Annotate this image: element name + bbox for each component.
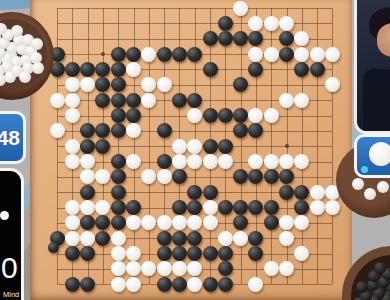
white-stone bbox=[248, 277, 263, 292]
black-stone bbox=[80, 185, 95, 200]
black-stone bbox=[264, 215, 279, 230]
white-stone bbox=[264, 154, 279, 169]
white-stone bbox=[65, 108, 80, 123]
black-stone bbox=[172, 200, 187, 215]
black-stone bbox=[157, 154, 172, 169]
black-stone bbox=[157, 47, 172, 62]
white-stone bbox=[95, 200, 110, 215]
black-stone bbox=[111, 108, 126, 123]
white-stone bbox=[187, 108, 202, 123]
white-stone bbox=[279, 231, 294, 246]
white-stone bbox=[203, 154, 218, 169]
white-stone bbox=[279, 93, 294, 108]
black-stone bbox=[157, 246, 172, 261]
white-stone bbox=[294, 215, 309, 230]
white-stone-icon bbox=[369, 142, 390, 166]
black-stone bbox=[218, 277, 233, 292]
white-stone bbox=[141, 77, 156, 92]
white-stone bbox=[264, 16, 279, 31]
white-stone bbox=[279, 215, 294, 230]
black-stone bbox=[157, 231, 172, 246]
white-stone bbox=[126, 123, 141, 138]
white-stone bbox=[248, 154, 263, 169]
black-stone bbox=[80, 246, 95, 261]
white-stone bbox=[248, 47, 263, 62]
white-stone bbox=[294, 154, 309, 169]
black-stone bbox=[279, 169, 294, 184]
white-stone bbox=[187, 154, 202, 169]
white-stone bbox=[172, 215, 187, 230]
black-stone bbox=[126, 108, 141, 123]
black-stone bbox=[95, 215, 110, 230]
black-stone bbox=[126, 200, 141, 215]
black-stone bbox=[111, 215, 126, 230]
deepmind-brand-fragment: Mind bbox=[3, 290, 19, 299]
black-stone bbox=[157, 277, 172, 292]
black-stone bbox=[279, 31, 294, 46]
white-stone bbox=[352, 178, 364, 190]
black-stone bbox=[248, 31, 263, 46]
white-stone bbox=[172, 261, 187, 276]
white-stone bbox=[80, 169, 95, 184]
move-counter-badge[interactable]: 48 bbox=[0, 111, 26, 164]
black-stone bbox=[95, 62, 110, 77]
black-stone bbox=[111, 185, 126, 200]
black-stone bbox=[218, 108, 233, 123]
black-stone bbox=[95, 123, 110, 138]
black-stone bbox=[248, 62, 263, 77]
player-info-panel: 0 Mind bbox=[0, 168, 24, 300]
white-stone bbox=[218, 154, 233, 169]
white-stone bbox=[111, 261, 126, 276]
black-stone bbox=[218, 31, 233, 46]
white-stone bbox=[172, 154, 187, 169]
white-stone bbox=[157, 169, 172, 184]
black-stone bbox=[157, 123, 172, 138]
black-stone bbox=[111, 62, 126, 77]
white-stone bbox=[65, 154, 80, 169]
white-stone bbox=[377, 181, 389, 193]
white-stone bbox=[65, 139, 80, 154]
black-stone bbox=[248, 200, 263, 215]
white-stone bbox=[126, 154, 141, 169]
white-stone bbox=[233, 231, 248, 246]
black-stone bbox=[80, 277, 95, 292]
black-stone bbox=[218, 261, 233, 276]
white-stone bbox=[126, 246, 141, 261]
black-stone bbox=[95, 93, 110, 108]
black-stone bbox=[111, 123, 126, 138]
loose-black-stone bbox=[48, 242, 59, 253]
black-stone bbox=[126, 47, 141, 62]
white-stone bbox=[172, 139, 187, 154]
go-board[interactable] bbox=[30, 0, 352, 300]
black-stone bbox=[187, 231, 202, 246]
white-stone bbox=[111, 246, 126, 261]
black-stone bbox=[80, 123, 95, 138]
white-stone bbox=[157, 215, 172, 230]
black-stone bbox=[279, 185, 294, 200]
white-stone bbox=[65, 231, 80, 246]
black-stone bbox=[233, 123, 248, 138]
white-stone bbox=[264, 108, 279, 123]
white-stone bbox=[325, 200, 340, 215]
black-stone bbox=[111, 47, 126, 62]
black-stone bbox=[187, 47, 202, 62]
white-stone bbox=[294, 47, 309, 62]
black-stone bbox=[95, 231, 110, 246]
white-stone bbox=[310, 47, 325, 62]
white-stone bbox=[126, 277, 141, 292]
black-stone bbox=[65, 62, 80, 77]
black-stone bbox=[203, 31, 218, 46]
white-stone bbox=[4, 71, 16, 83]
black-stone bbox=[80, 139, 95, 154]
white-stone bbox=[80, 154, 95, 169]
black-stone bbox=[172, 93, 187, 108]
black-stone bbox=[111, 169, 126, 184]
black-stone bbox=[264, 169, 279, 184]
white-stone bbox=[80, 77, 95, 92]
black-stone bbox=[233, 200, 248, 215]
black-stone bbox=[172, 169, 187, 184]
black-stone bbox=[279, 47, 294, 62]
stone-icon bbox=[0, 211, 9, 220]
white-stone bbox=[65, 93, 80, 108]
player-camera-inset[interactable] bbox=[354, 0, 390, 134]
white-stone bbox=[0, 74, 6, 86]
white-stone bbox=[65, 215, 80, 230]
black-stone bbox=[172, 47, 187, 62]
white-stone bbox=[264, 261, 279, 276]
white-stone bbox=[157, 77, 172, 92]
black-stone bbox=[233, 108, 248, 123]
white-stone bbox=[126, 261, 141, 276]
black-stone bbox=[264, 200, 279, 215]
white-stone bbox=[294, 93, 309, 108]
white-stone bbox=[203, 200, 218, 215]
black-stone bbox=[80, 62, 95, 77]
black-stone bbox=[111, 93, 126, 108]
white-stone bbox=[31, 38, 43, 50]
white-stone bbox=[65, 200, 80, 215]
black-stone bbox=[172, 277, 187, 292]
white-stone bbox=[32, 62, 44, 74]
black-stone bbox=[172, 231, 187, 246]
white-stone bbox=[141, 261, 156, 276]
white-stone bbox=[294, 31, 309, 46]
broadcast-frame: { "game": "go", "board_size": 19, "posit… bbox=[0, 0, 390, 300]
white-stone bbox=[325, 47, 340, 62]
white-stone bbox=[187, 261, 202, 276]
white-stone bbox=[126, 62, 141, 77]
white-stone bbox=[11, 25, 23, 37]
white-stone bbox=[19, 71, 31, 83]
white-stone bbox=[248, 16, 263, 31]
black-stone bbox=[187, 246, 202, 261]
move-counter-value: 48 bbox=[0, 126, 20, 150]
white-stone bbox=[80, 200, 95, 215]
black-stone bbox=[218, 200, 233, 215]
black-stone bbox=[356, 281, 368, 293]
black-stone bbox=[95, 139, 110, 154]
black-stone bbox=[203, 139, 218, 154]
white-stone bbox=[141, 215, 156, 230]
white-stone bbox=[279, 261, 294, 276]
black-stone bbox=[203, 277, 218, 292]
clock-digit: 0 bbox=[1, 251, 18, 285]
white-stone bbox=[218, 231, 233, 246]
black-stone bbox=[111, 200, 126, 215]
white-stone bbox=[111, 231, 126, 246]
black-stone bbox=[65, 246, 80, 261]
star-point bbox=[285, 144, 289, 148]
white-stone bbox=[187, 215, 202, 230]
black-stone bbox=[374, 262, 386, 274]
black-stone bbox=[233, 169, 248, 184]
black-stone bbox=[203, 246, 218, 261]
white-stone bbox=[233, 1, 248, 16]
black-stone bbox=[203, 108, 218, 123]
black-stone bbox=[172, 246, 187, 261]
white-stone bbox=[264, 47, 279, 62]
black-stone bbox=[187, 93, 202, 108]
black-stone bbox=[233, 77, 248, 92]
black-stone bbox=[111, 154, 126, 169]
white-stone bbox=[141, 47, 156, 62]
black-stone bbox=[233, 31, 248, 46]
white-stone bbox=[294, 246, 309, 261]
white-stone bbox=[248, 108, 263, 123]
black-stone bbox=[126, 93, 141, 108]
black-stone bbox=[187, 185, 202, 200]
black-stone bbox=[248, 246, 263, 261]
white-stone bbox=[187, 139, 202, 154]
white-stone bbox=[141, 169, 156, 184]
black-stone bbox=[233, 215, 248, 230]
black-stone bbox=[248, 231, 263, 246]
white-stone bbox=[364, 188, 376, 200]
white-stone bbox=[187, 277, 202, 292]
white-stone bbox=[157, 261, 172, 276]
black-stone bbox=[203, 62, 218, 77]
white-stone bbox=[310, 200, 325, 215]
black-stone bbox=[218, 139, 233, 154]
white-stone bbox=[325, 77, 340, 92]
white-stone bbox=[80, 231, 95, 246]
white-stone bbox=[203, 215, 218, 230]
black-stone bbox=[80, 215, 95, 230]
star-point bbox=[101, 52, 105, 56]
black-stone bbox=[248, 123, 263, 138]
white-stone bbox=[126, 215, 141, 230]
black-stone bbox=[65, 277, 80, 292]
white-stone bbox=[95, 169, 110, 184]
black-stone bbox=[294, 62, 309, 77]
white-stone bbox=[279, 16, 294, 31]
white-stone bbox=[310, 185, 325, 200]
black-stone bbox=[294, 200, 309, 215]
black-stone bbox=[310, 62, 325, 77]
black-stone bbox=[248, 169, 263, 184]
white-stone bbox=[50, 123, 65, 138]
black-stone bbox=[111, 77, 126, 92]
white-stone bbox=[141, 93, 156, 108]
black-stone bbox=[294, 185, 309, 200]
white-turn-badge[interactable] bbox=[354, 134, 390, 178]
black-stone bbox=[203, 185, 218, 200]
white-stone bbox=[111, 277, 126, 292]
black-stone bbox=[187, 200, 202, 215]
black-stone bbox=[218, 16, 233, 31]
player-body bbox=[363, 69, 390, 131]
black-stone bbox=[95, 77, 110, 92]
white-stone bbox=[65, 77, 80, 92]
black-stone bbox=[218, 246, 233, 261]
white-stone bbox=[50, 93, 65, 108]
indicator-dot-icon bbox=[361, 166, 368, 173]
white-stone bbox=[279, 154, 294, 169]
